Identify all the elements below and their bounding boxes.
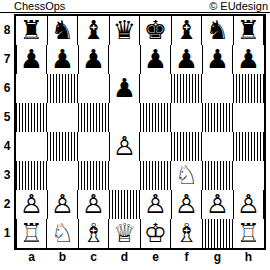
square-e8[interactable]: ♚: [140, 16, 171, 45]
white-pawn-piece[interactable]: ♙: [111, 132, 138, 161]
black-knight-piece[interactable]: ♞: [49, 16, 76, 45]
rank-label-4: 4: [0, 132, 14, 161]
black-king-piece[interactable]: ♚: [142, 16, 169, 45]
board-area: 87654321 ♜♞♝♛♚♝♞♜♟♟♟♟♟♟♟♟♙♘♙♙♙♙♙♙♙♖♘♗♕♔♗…: [0, 14, 270, 250]
square-a7[interactable]: ♟: [16, 45, 47, 74]
square-d3[interactable]: [109, 161, 140, 190]
rank-label-5: 5: [0, 103, 14, 132]
square-d6[interactable]: ♟: [109, 74, 140, 103]
rank-label-1: 1: [0, 219, 14, 248]
square-c2[interactable]: ♙: [78, 190, 109, 219]
file-label-h: h: [233, 250, 264, 266]
square-a1[interactable]: ♖: [16, 219, 47, 248]
square-b2[interactable]: ♙: [47, 190, 78, 219]
black-rook-piece[interactable]: ♜: [18, 16, 45, 45]
square-h2[interactable]: ♙: [233, 190, 264, 219]
file-label-d: d: [109, 250, 140, 266]
square-g7[interactable]: ♟: [202, 45, 233, 74]
square-e3[interactable]: [140, 161, 171, 190]
square-b4[interactable]: [47, 132, 78, 161]
square-g3[interactable]: [202, 161, 233, 190]
app-title: ChessOps: [14, 0, 65, 12]
square-c5[interactable]: [78, 103, 109, 132]
rank-label-3: 3: [0, 161, 14, 190]
black-queen-piece[interactable]: ♛: [111, 16, 138, 45]
square-b7[interactable]: ♟: [47, 45, 78, 74]
rank-label-6: 6: [0, 74, 14, 103]
square-f6[interactable]: [171, 74, 202, 103]
white-queen-piece[interactable]: ♕: [111, 219, 138, 248]
title-bar: ChessOps © EUdesign: [0, 0, 270, 13]
white-bishop-piece[interactable]: ♗: [80, 219, 107, 248]
chess-board: ♜♞♝♛♚♝♞♜♟♟♟♟♟♟♟♟♙♘♙♙♙♙♙♙♙♖♘♗♕♔♗♖: [14, 14, 266, 250]
square-e1[interactable]: ♔: [140, 219, 171, 248]
square-h7[interactable]: ♟: [233, 45, 264, 74]
black-pawn-piece[interactable]: ♟: [142, 45, 169, 74]
rank-label-8: 8: [0, 16, 14, 45]
black-pawn-piece[interactable]: ♟: [173, 45, 200, 74]
square-d2[interactable]: [109, 190, 140, 219]
square-d5[interactable]: [109, 103, 140, 132]
square-g5[interactable]: [202, 103, 233, 132]
square-b6[interactable]: [47, 74, 78, 103]
square-c3[interactable]: [78, 161, 109, 190]
black-pawn-piece[interactable]: ♟: [111, 74, 138, 103]
square-d8[interactable]: ♛: [109, 16, 140, 45]
rank-label-2: 2: [0, 190, 14, 219]
file-label-c: c: [78, 250, 109, 266]
square-f3[interactable]: ♘: [171, 161, 202, 190]
square-d7[interactable]: [109, 45, 140, 74]
black-pawn-piece[interactable]: ♟: [80, 45, 107, 74]
square-f5[interactable]: [171, 103, 202, 132]
white-pawn-piece[interactable]: ♙: [204, 190, 231, 219]
square-h5[interactable]: [233, 103, 264, 132]
square-h1[interactable]: ♖: [233, 219, 264, 248]
square-a3[interactable]: [16, 161, 47, 190]
square-a2[interactable]: ♙: [16, 190, 47, 219]
square-g2[interactable]: ♙: [202, 190, 233, 219]
black-rook-piece[interactable]: ♜: [235, 16, 262, 45]
white-pawn-piece[interactable]: ♙: [80, 190, 107, 219]
square-g4[interactable]: [202, 132, 233, 161]
square-a6[interactable]: [16, 74, 47, 103]
black-pawn-piece[interactable]: ♟: [18, 45, 45, 74]
square-h3[interactable]: [233, 161, 264, 190]
square-f7[interactable]: ♟: [171, 45, 202, 74]
file-label-e: e: [140, 250, 171, 266]
square-c6[interactable]: [78, 74, 109, 103]
white-knight-piece[interactable]: ♘: [173, 161, 200, 190]
square-d1[interactable]: ♕: [109, 219, 140, 248]
file-label-f: f: [171, 250, 202, 266]
white-pawn-piece[interactable]: ♙: [235, 190, 262, 219]
black-bishop-piece[interactable]: ♝: [173, 16, 200, 45]
square-f1[interactable]: ♗: [171, 219, 202, 248]
square-b1[interactable]: ♘: [47, 219, 78, 248]
square-b5[interactable]: [47, 103, 78, 132]
white-king-piece[interactable]: ♔: [142, 219, 169, 248]
square-f2[interactable]: ♙: [171, 190, 202, 219]
square-d4[interactable]: ♙: [109, 132, 140, 161]
square-a5[interactable]: [16, 103, 47, 132]
square-b3[interactable]: [47, 161, 78, 190]
square-c1[interactable]: ♗: [78, 219, 109, 248]
square-f8[interactable]: ♝: [171, 16, 202, 45]
square-h8[interactable]: ♜: [233, 16, 264, 45]
rank-labels: 87654321: [0, 14, 14, 250]
square-e4[interactable]: [140, 132, 171, 161]
copyright-credit: © EUdesign: [209, 0, 268, 12]
black-pawn-piece[interactable]: ♟: [204, 45, 231, 74]
square-h4[interactable]: [233, 132, 264, 161]
square-c8[interactable]: ♝: [78, 16, 109, 45]
black-knight-piece[interactable]: ♞: [204, 16, 231, 45]
square-e5[interactable]: [140, 103, 171, 132]
black-bishop-piece[interactable]: ♝: [80, 16, 107, 45]
white-knight-piece[interactable]: ♘: [49, 219, 76, 248]
black-pawn-piece[interactable]: ♟: [49, 45, 76, 74]
white-pawn-piece[interactable]: ♙: [18, 190, 45, 219]
square-e6[interactable]: [140, 74, 171, 103]
black-pawn-piece[interactable]: ♟: [235, 45, 262, 74]
white-pawn-piece[interactable]: ♙: [49, 190, 76, 219]
square-e7[interactable]: ♟: [140, 45, 171, 74]
file-labels: abcdefgh: [16, 250, 270, 266]
rank-label-7: 7: [0, 45, 14, 74]
square-g6[interactable]: [202, 74, 233, 103]
square-h6[interactable]: [233, 74, 264, 103]
white-rook-piece[interactable]: ♖: [18, 219, 45, 248]
file-label-b: b: [47, 250, 78, 266]
file-label-g: g: [202, 250, 233, 266]
white-pawn-piece[interactable]: ♙: [142, 190, 169, 219]
white-pawn-piece[interactable]: ♙: [173, 190, 200, 219]
square-b8[interactable]: ♞: [47, 16, 78, 45]
square-a4[interactable]: [16, 132, 47, 161]
white-bishop-piece[interactable]: ♗: [173, 219, 200, 248]
file-label-a: a: [16, 250, 47, 266]
square-a8[interactable]: ♜: [16, 16, 47, 45]
square-f4[interactable]: [171, 132, 202, 161]
square-c4[interactable]: [78, 132, 109, 161]
square-e2[interactable]: ♙: [140, 190, 171, 219]
square-g1[interactable]: [202, 219, 233, 248]
square-c7[interactable]: ♟: [78, 45, 109, 74]
square-g8[interactable]: ♞: [202, 16, 233, 45]
white-rook-piece[interactable]: ♖: [235, 219, 262, 248]
